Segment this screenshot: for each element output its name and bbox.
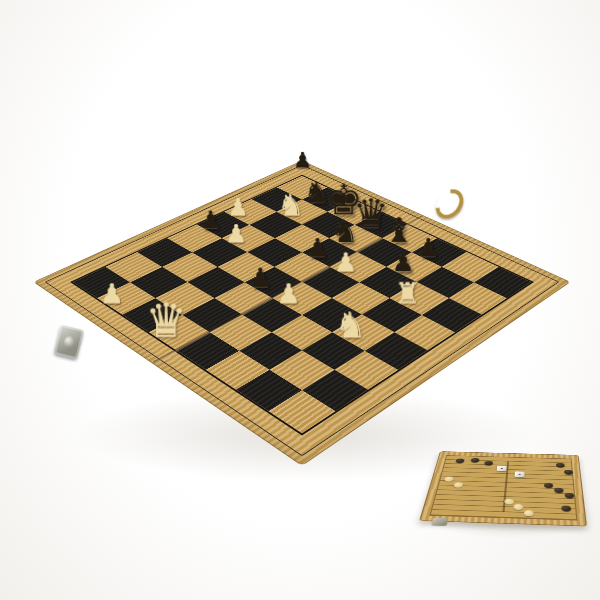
white-pawn[interactable]: ♟ xyxy=(326,251,366,275)
backgammon-latch xyxy=(431,518,448,525)
backgammon-checker-dark xyxy=(564,470,573,475)
backgammon-checker-dark xyxy=(470,458,479,463)
backgammon-checker-light xyxy=(514,504,524,510)
product-photo: ♞♚♛♝♟♞♞♟♟♟♟♜♟♟♟♟♞♟♛ ♟ xyxy=(0,0,600,600)
backgammon-checker-light xyxy=(504,499,514,505)
backgammon-checker-dark xyxy=(544,483,553,488)
backgammon-checker-dark xyxy=(455,459,464,464)
backgammon-checker-dark xyxy=(554,488,563,494)
backgammon-checker-dark xyxy=(561,506,571,512)
backgammon-checker-dark xyxy=(556,463,565,468)
backgammon-board xyxy=(419,451,587,526)
die xyxy=(497,466,507,471)
backgammon-checker-light xyxy=(444,476,454,481)
backgammon-checker-dark xyxy=(564,493,574,499)
white-rook[interactable]: ♜ xyxy=(386,280,428,307)
die xyxy=(515,471,525,477)
backgammon-checker-light xyxy=(524,510,534,516)
decorative-black-pawn-on-rim[interactable]: ♟ xyxy=(284,151,321,170)
white-knight[interactable]: ♞ xyxy=(272,191,309,219)
white-queen[interactable]: ♛ xyxy=(143,299,187,342)
black-pawn[interactable]: ♟ xyxy=(383,251,423,275)
white-pawn[interactable]: ♟ xyxy=(217,223,255,246)
backgammon-interior xyxy=(429,455,577,520)
backgammon-checker-light xyxy=(453,482,463,487)
white-pawn[interactable]: ♟ xyxy=(268,282,310,307)
white-pawn[interactable]: ♟ xyxy=(91,282,133,307)
white-knight[interactable]: ♞ xyxy=(329,309,373,342)
brass-latch-hook xyxy=(430,184,469,225)
backgammon-checker-dark xyxy=(484,461,493,466)
metal-latch xyxy=(54,325,85,360)
